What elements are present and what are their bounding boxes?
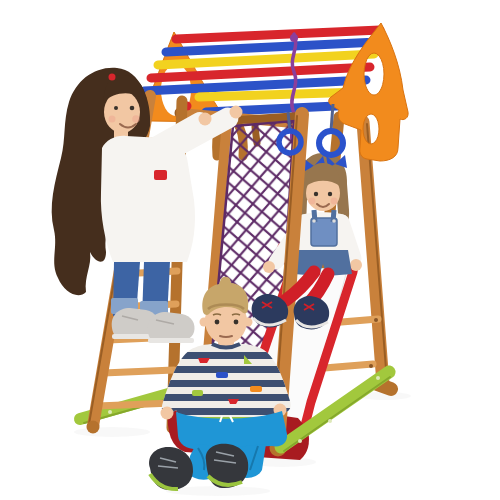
product-photo: Three children play on a wooden indoor c…	[0, 0, 500, 500]
runner-left-bolt-1	[108, 410, 112, 414]
girl2-blush-right	[331, 198, 338, 205]
girl1-right-shoe	[148, 312, 195, 342]
print-blue-car	[216, 372, 228, 378]
girl1-chest-logo	[154, 170, 167, 180]
runner-right-bolt-3	[376, 376, 380, 380]
boy-eye-left	[215, 320, 220, 325]
girl1-eye-right	[130, 106, 135, 111]
print-green-car	[192, 390, 203, 396]
girl1-left-hand	[199, 113, 212, 126]
girl2-right-hand	[350, 259, 362, 271]
rope-knot	[290, 34, 298, 42]
boy-left-hand	[161, 407, 174, 420]
roof-bar-yellow-1	[158, 54, 374, 65]
roof-bar-blue-1	[166, 42, 378, 52]
shadow-ladder-foot	[74, 427, 150, 437]
ladder-rung-9	[97, 403, 173, 406]
print-orange-truck	[250, 386, 262, 392]
boy-mouth	[220, 336, 232, 337]
girl1-eye-left	[114, 106, 118, 110]
girl2-button-right	[332, 219, 336, 223]
right-rung-bolt-1	[374, 318, 378, 322]
girl1-hair-clip	[109, 74, 116, 81]
ring-left-strap	[288, 112, 290, 131]
runner-right-bolt-1	[298, 439, 302, 443]
right-rung-bolt-2	[369, 364, 373, 368]
roof-bar-red-1	[176, 30, 380, 39]
girl1-blush-left	[109, 116, 116, 123]
runner-right-bolt-2	[328, 419, 332, 423]
girl1-right-sole	[148, 338, 194, 343]
girl2-left-hand	[263, 261, 275, 273]
ring-right-strap	[331, 104, 333, 131]
ladder-rung-8	[103, 370, 174, 373]
play-structure-scene	[0, 0, 500, 500]
girl1-blush-right	[132, 115, 140, 123]
girl1-right-hand	[230, 106, 243, 119]
girl2-blush-left	[309, 198, 316, 205]
girl2-eye-right	[328, 192, 332, 196]
boy-eye-right	[234, 320, 239, 325]
girl2-eye-left	[314, 192, 318, 196]
girl2-button-left	[312, 219, 316, 223]
ladder-foot-cap	[87, 421, 100, 434]
